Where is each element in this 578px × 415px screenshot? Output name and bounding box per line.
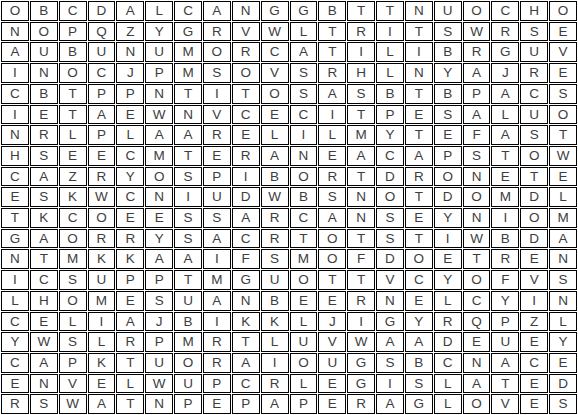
grid-cell[interactable]: R [491, 249, 519, 269]
grid-cell[interactable]: N [549, 249, 577, 269]
grid-cell[interactable]: E [549, 353, 577, 373]
grid-cell[interactable]: I [232, 167, 260, 187]
grid-cell[interactable]: E [549, 22, 577, 42]
grid-cell[interactable]: E [203, 146, 231, 166]
grid-cell[interactable]: U [261, 270, 289, 290]
grid-cell[interactable]: G [232, 270, 260, 290]
grid-cell[interactable]: Q [88, 22, 116, 42]
grid-cell[interactable]: E [491, 167, 519, 187]
grid-cell[interactable]: N [232, 291, 260, 311]
grid-cell[interactable]: S [59, 270, 87, 290]
grid-cell[interactable]: N [463, 167, 491, 187]
grid-cell[interactable]: I [347, 312, 375, 332]
grid-cell[interactable]: E [261, 105, 289, 125]
grid-cell[interactable]: P [88, 84, 116, 104]
grid-cell[interactable]: R [347, 22, 375, 42]
grid-cell[interactable]: B [30, 1, 58, 21]
grid-cell[interactable]: M [174, 332, 202, 352]
grid-cell[interactable]: A [1, 42, 29, 62]
grid-cell[interactable]: T [347, 270, 375, 290]
grid-cell[interactable]: M [174, 63, 202, 83]
grid-cell[interactable]: K [30, 208, 58, 228]
grid-cell[interactable]: A [232, 353, 260, 373]
grid-cell[interactable]: R [88, 229, 116, 249]
grid-cell[interactable]: U [491, 332, 519, 352]
grid-cell[interactable]: T [116, 353, 144, 373]
grid-cell[interactable]: O [88, 208, 116, 228]
grid-cell[interactable]: V [376, 270, 404, 290]
grid-cell[interactable]: M [59, 249, 87, 269]
grid-cell[interactable]: U [203, 187, 231, 207]
grid-cell[interactable]: N [30, 63, 58, 83]
grid-cell[interactable]: N [549, 291, 577, 311]
grid-cell[interactable]: G [376, 312, 404, 332]
grid-cell[interactable]: C [1, 167, 29, 187]
grid-cell[interactable]: I [203, 84, 231, 104]
grid-cell[interactable]: A [261, 146, 289, 166]
grid-cell[interactable]: U [30, 42, 58, 62]
grid-cell[interactable]: B [261, 291, 289, 311]
grid-cell[interactable]: T [463, 249, 491, 269]
grid-cell[interactable]: W [145, 105, 173, 125]
grid-cell[interactable]: C [59, 208, 87, 228]
grid-cell[interactable]: T [376, 1, 404, 21]
grid-cell[interactable]: R [347, 394, 375, 414]
grid-cell[interactable]: A [116, 312, 144, 332]
grid-cell[interactable]: T [232, 84, 260, 104]
grid-cell[interactable]: T [405, 125, 433, 145]
grid-cell[interactable]: E [1, 187, 29, 207]
grid-cell[interactable]: T [174, 270, 202, 290]
grid-cell[interactable]: O [30, 22, 58, 42]
grid-cell[interactable]: G [290, 1, 318, 21]
grid-cell[interactable]: P [434, 146, 462, 166]
grid-cell[interactable]: O [290, 353, 318, 373]
grid-cell[interactable]: T [59, 105, 87, 125]
grid-cell[interactable]: Y [116, 167, 144, 187]
grid-cell[interactable]: O [174, 353, 202, 373]
grid-cell[interactable]: G [347, 353, 375, 373]
grid-cell[interactable]: L [549, 312, 577, 332]
grid-cell[interactable]: P [145, 270, 173, 290]
grid-cell[interactable]: Z [59, 167, 87, 187]
grid-cell[interactable]: M [88, 291, 116, 311]
grid-cell[interactable]: Y [434, 208, 462, 228]
grid-cell[interactable]: S [376, 229, 404, 249]
grid-cell[interactable]: T [405, 22, 433, 42]
grid-cell[interactable]: A [463, 63, 491, 83]
grid-cell[interactable]: O [232, 63, 260, 83]
grid-cell[interactable]: I [261, 353, 289, 373]
grid-cell[interactable]: G [491, 42, 519, 62]
grid-cell[interactable]: Z [520, 312, 548, 332]
grid-cell[interactable]: B [30, 84, 58, 104]
grid-cell[interactable]: S [520, 125, 548, 145]
grid-cell[interactable]: O [463, 1, 491, 21]
grid-cell[interactable]: C [116, 187, 144, 207]
grid-cell[interactable]: K [261, 312, 289, 332]
grid-cell[interactable]: T [318, 42, 346, 62]
grid-cell[interactable]: O [318, 229, 346, 249]
grid-cell[interactable]: T [116, 394, 144, 414]
grid-cell[interactable]: B [261, 167, 289, 187]
grid-cell[interactable]: B [434, 84, 462, 104]
grid-cell[interactable]: E [116, 105, 144, 125]
grid-cell[interactable]: P [203, 374, 231, 394]
grid-cell[interactable]: R [232, 42, 260, 62]
grid-cell[interactable]: E [290, 291, 318, 311]
grid-cell[interactable]: E [59, 146, 87, 166]
grid-cell[interactable]: V [520, 270, 548, 290]
grid-cell[interactable]: O [59, 63, 87, 83]
grid-cell[interactable]: T [347, 105, 375, 125]
grid-cell[interactable]: U [145, 353, 173, 373]
grid-cell[interactable]: T [491, 374, 519, 394]
grid-cell[interactable]: A [463, 374, 491, 394]
grid-cell[interactable]: R [88, 167, 116, 187]
grid-cell[interactable]: C [232, 374, 260, 394]
grid-cell[interactable]: W [145, 374, 173, 394]
grid-cell[interactable]: P [88, 125, 116, 145]
grid-cell[interactable]: Y [376, 125, 404, 145]
grid-cell[interactable]: Z [116, 22, 144, 42]
grid-cell[interactable]: R [1, 394, 29, 414]
grid-cell[interactable]: C [434, 353, 462, 373]
grid-cell[interactable]: N [145, 394, 173, 414]
grid-cell[interactable]: V [261, 63, 289, 83]
grid-cell[interactable]: S [549, 84, 577, 104]
grid-cell[interactable]: R [318, 167, 346, 187]
grid-cell[interactable]: D [88, 1, 116, 21]
grid-cell[interactable]: S [174, 167, 202, 187]
grid-cell[interactable]: B [491, 229, 519, 249]
grid-cell[interactable]: M [290, 249, 318, 269]
grid-cell[interactable]: S [203, 63, 231, 83]
grid-cell[interactable]: C [232, 105, 260, 125]
grid-cell[interactable]: P [290, 394, 318, 414]
grid-cell[interactable]: E [520, 394, 548, 414]
grid-cell[interactable]: S [290, 84, 318, 104]
grid-cell[interactable]: R [203, 22, 231, 42]
grid-cell[interactable]: A [203, 291, 231, 311]
grid-cell[interactable]: O [1, 1, 29, 21]
grid-cell[interactable]: E [405, 291, 433, 311]
grid-cell[interactable]: R [347, 291, 375, 311]
grid-cell[interactable]: N [347, 187, 375, 207]
grid-cell[interactable]: R [261, 374, 289, 394]
grid-cell[interactable]: A [203, 229, 231, 249]
grid-cell[interactable]: T [30, 249, 58, 269]
grid-cell[interactable]: S [376, 353, 404, 373]
grid-cell[interactable]: H [1, 146, 29, 166]
grid-cell[interactable]: S [174, 229, 202, 249]
grid-cell[interactable]: E [434, 249, 462, 269]
grid-cell[interactable]: L [434, 374, 462, 394]
grid-cell[interactable]: W [347, 332, 375, 352]
grid-cell[interactable]: E [318, 291, 346, 311]
grid-cell[interactable]: A [88, 394, 116, 414]
grid-cell[interactable]: E [520, 374, 548, 394]
grid-cell[interactable]: Y [145, 22, 173, 42]
grid-cell[interactable]: V [549, 42, 577, 62]
grid-cell[interactable]: S [549, 394, 577, 414]
grid-cell[interactable]: R [116, 332, 144, 352]
grid-cell[interactable]: O [549, 105, 577, 125]
grid-cell[interactable]: T [405, 229, 433, 249]
grid-cell[interactable]: J [145, 312, 173, 332]
grid-cell[interactable]: P [463, 84, 491, 104]
grid-cell[interactable]: D [434, 187, 462, 207]
grid-cell[interactable]: A [405, 332, 433, 352]
grid-cell[interactable]: O [434, 167, 462, 187]
grid-cell[interactable]: W [261, 187, 289, 207]
grid-cell[interactable]: K [88, 353, 116, 373]
grid-cell[interactable]: M [174, 42, 202, 62]
grid-cell[interactable]: T [491, 146, 519, 166]
grid-cell[interactable]: S [174, 208, 202, 228]
grid-cell[interactable]: A [491, 84, 519, 104]
grid-cell[interactable]: C [1, 84, 29, 104]
grid-cell[interactable]: N [376, 291, 404, 311]
grid-cell[interactable]: T [405, 187, 433, 207]
grid-cell[interactable]: O [463, 270, 491, 290]
grid-cell[interactable]: N [1, 125, 29, 145]
grid-cell[interactable]: S [463, 146, 491, 166]
grid-cell[interactable]: N [116, 42, 144, 62]
grid-cell[interactable]: C [1, 312, 29, 332]
grid-cell[interactable]: I [174, 187, 202, 207]
grid-cell[interactable]: W [59, 394, 87, 414]
grid-cell[interactable]: N [1, 22, 29, 42]
grid-cell[interactable]: R [261, 208, 289, 228]
grid-cell[interactable]: U [520, 42, 548, 62]
grid-cell[interactable]: C [232, 229, 260, 249]
grid-cell[interactable]: I [203, 249, 231, 269]
grid-cell[interactable]: T [174, 84, 202, 104]
grid-cell[interactable]: I [88, 312, 116, 332]
grid-cell[interactable]: C [290, 105, 318, 125]
grid-cell[interactable]: A [376, 332, 404, 352]
grid-cell[interactable]: A [491, 125, 519, 145]
grid-cell[interactable]: W [88, 187, 116, 207]
grid-cell[interactable]: M [549, 208, 577, 228]
grid-cell[interactable]: R [491, 22, 519, 42]
grid-cell[interactable]: I [491, 208, 519, 228]
grid-cell[interactable]: T [1, 208, 29, 228]
grid-cell[interactable]: D [232, 187, 260, 207]
grid-cell[interactable]: I [1, 63, 29, 83]
grid-cell[interactable]: B [318, 1, 346, 21]
grid-cell[interactable]: C [59, 1, 87, 21]
grid-cell[interactable]: R [318, 63, 346, 83]
grid-cell[interactable]: N [463, 353, 491, 373]
grid-cell[interactable]: L [145, 1, 173, 21]
grid-cell[interactable]: V [318, 332, 346, 352]
grid-cell[interactable]: R [203, 125, 231, 145]
grid-cell[interactable]: W [549, 146, 577, 166]
grid-cell[interactable]: N [30, 374, 58, 394]
grid-cell[interactable]: A [30, 229, 58, 249]
grid-cell[interactable]: T [549, 125, 577, 145]
grid-cell[interactable]: L [261, 125, 289, 145]
grid-cell[interactable]: R [203, 353, 231, 373]
grid-cell[interactable]: S [145, 291, 173, 311]
grid-cell[interactable]: R [261, 229, 289, 249]
grid-cell[interactable]: A [376, 394, 404, 414]
grid-cell[interactable]: U [145, 42, 173, 62]
grid-cell[interactable]: S [549, 270, 577, 290]
grid-cell[interactable]: E [232, 125, 260, 145]
grid-cell[interactable]: E [1, 374, 29, 394]
grid-cell[interactable]: L [434, 394, 462, 414]
grid-cell[interactable]: P [145, 332, 173, 352]
grid-cell[interactable]: A [261, 394, 289, 414]
grid-cell[interactable]: O [376, 187, 404, 207]
grid-cell[interactable]: C [463, 291, 491, 311]
grid-cell[interactable]: O [549, 1, 577, 21]
grid-cell[interactable]: R [434, 312, 462, 332]
grid-cell[interactable]: B [434, 42, 462, 62]
grid-cell[interactable]: E [116, 291, 144, 311]
grid-cell[interactable]: U [88, 42, 116, 62]
grid-cell[interactable]: S [261, 249, 289, 269]
grid-cell[interactable]: I [318, 105, 346, 125]
grid-cell[interactable]: K [88, 249, 116, 269]
grid-cell[interactable]: O [520, 146, 548, 166]
grid-cell[interactable]: L [116, 374, 144, 394]
grid-cell[interactable]: O [145, 167, 173, 187]
grid-cell[interactable]: E [520, 249, 548, 269]
grid-cell[interactable]: K [116, 249, 144, 269]
grid-cell[interactable]: W [30, 332, 58, 352]
grid-cell[interactable]: U [318, 353, 346, 373]
grid-cell[interactable]: I [520, 291, 548, 311]
grid-cell[interactable]: P [376, 105, 404, 125]
grid-cell[interactable]: I [203, 312, 231, 332]
grid-cell[interactable]: C [520, 84, 548, 104]
grid-cell[interactable]: V [203, 105, 231, 125]
grid-cell[interactable]: C [376, 146, 404, 166]
grid-cell[interactable]: N [347, 208, 375, 228]
grid-cell[interactable]: A [318, 84, 346, 104]
grid-cell[interactable]: P [59, 22, 87, 42]
grid-cell[interactable]: L [549, 187, 577, 207]
grid-cell[interactable]: N [463, 208, 491, 228]
grid-cell[interactable]: V [59, 374, 87, 394]
grid-cell[interactable]: E [88, 146, 116, 166]
grid-cell[interactable]: N [405, 63, 433, 83]
grid-cell[interactable]: S [59, 332, 87, 352]
grid-cell[interactable]: O [318, 249, 346, 269]
grid-cell[interactable]: T [290, 229, 318, 249]
grid-cell[interactable]: M [491, 187, 519, 207]
grid-cell[interactable]: H [30, 291, 58, 311]
grid-cell[interactable]: C [116, 146, 144, 166]
grid-cell[interactable]: D [376, 249, 404, 269]
grid-cell[interactable]: C [1, 353, 29, 373]
grid-cell[interactable]: I [347, 42, 375, 62]
grid-cell[interactable]: N [1, 249, 29, 269]
grid-cell[interactable]: A [30, 353, 58, 373]
grid-cell[interactable]: E [30, 312, 58, 332]
grid-cell[interactable]: A [347, 146, 375, 166]
grid-cell[interactable]: T [59, 84, 87, 104]
grid-cell[interactable]: F [347, 249, 375, 269]
grid-cell[interactable]: E [463, 332, 491, 352]
grid-cell[interactable]: T [318, 22, 346, 42]
grid-cell[interactable]: S [347, 84, 375, 104]
grid-cell[interactable]: R [116, 229, 144, 249]
grid-cell[interactable]: M [145, 146, 173, 166]
grid-cell[interactable]: C [174, 1, 202, 21]
grid-cell[interactable]: T [318, 270, 346, 290]
grid-cell[interactable]: C [520, 353, 548, 373]
grid-cell[interactable]: Y [145, 229, 173, 249]
grid-cell[interactable]: D [376, 167, 404, 187]
grid-cell[interactable]: O [463, 187, 491, 207]
grid-cell[interactable]: F [463, 125, 491, 145]
grid-cell[interactable]: L [290, 22, 318, 42]
grid-cell[interactable]: M [347, 125, 375, 145]
grid-cell[interactable]: F [491, 270, 519, 290]
grid-cell[interactable]: V [491, 394, 519, 414]
grid-cell[interactable]: S [30, 146, 58, 166]
grid-cell[interactable]: E [520, 332, 548, 352]
grid-cell[interactable]: I [1, 105, 29, 125]
grid-cell[interactable]: T [347, 1, 375, 21]
grid-cell[interactable]: J [318, 312, 346, 332]
grid-cell[interactable]: M [203, 270, 231, 290]
grid-cell[interactable]: A [30, 167, 58, 187]
grid-cell[interactable]: E [549, 63, 577, 83]
grid-cell[interactable]: S [203, 208, 231, 228]
grid-cell[interactable]: P [203, 167, 231, 187]
grid-cell[interactable]: T [347, 167, 375, 187]
grid-cell[interactable]: Y [491, 291, 519, 311]
grid-cell[interactable]: N [174, 105, 202, 125]
grid-cell[interactable]: J [116, 63, 144, 83]
grid-cell[interactable]: L [290, 312, 318, 332]
grid-cell[interactable]: Y [405, 312, 433, 332]
grid-cell[interactable]: P [116, 270, 144, 290]
grid-cell[interactable]: A [463, 105, 491, 125]
grid-cell[interactable]: D [520, 187, 548, 207]
grid-cell[interactable]: N [145, 187, 173, 207]
grid-cell[interactable]: T [520, 167, 548, 187]
grid-cell[interactable]: N [290, 146, 318, 166]
grid-cell[interactable]: S [318, 187, 346, 207]
grid-cell[interactable]: C [290, 208, 318, 228]
grid-cell[interactable]: E [88, 374, 116, 394]
grid-cell[interactable]: L [318, 125, 346, 145]
grid-cell[interactable]: D [549, 374, 577, 394]
grid-cell[interactable]: W [463, 22, 491, 42]
grid-cell[interactable]: R [203, 332, 231, 352]
grid-cell[interactable]: I [376, 374, 404, 394]
grid-cell[interactable]: O [59, 229, 87, 249]
grid-cell[interactable]: L [376, 63, 404, 83]
grid-cell[interactable]: S [520, 22, 548, 42]
grid-cell[interactable]: A [88, 105, 116, 125]
grid-cell[interactable]: A [318, 208, 346, 228]
grid-cell[interactable]: C [261, 42, 289, 62]
grid-cell[interactable]: P [145, 63, 173, 83]
grid-cell[interactable]: A [145, 249, 173, 269]
grid-cell[interactable]: U [174, 374, 202, 394]
grid-cell[interactable]: I [1, 270, 29, 290]
grid-cell[interactable]: N [145, 84, 173, 104]
grid-cell[interactable]: S [405, 374, 433, 394]
